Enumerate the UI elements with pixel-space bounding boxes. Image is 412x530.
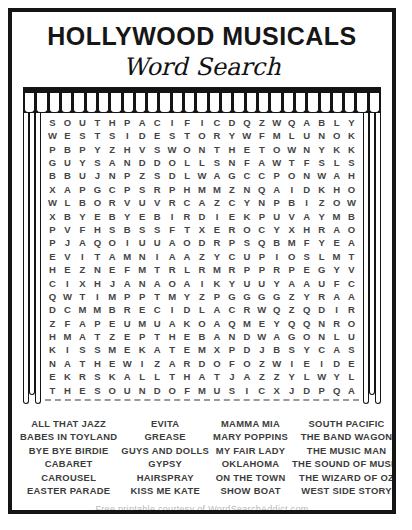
grid-cell: T xyxy=(259,145,265,155)
grid-cell: L xyxy=(304,372,310,382)
grid-cell: Y xyxy=(333,372,339,382)
grid-cell: D xyxy=(139,158,146,168)
grid-cell: Y xyxy=(184,292,190,302)
grid-cell: F xyxy=(304,238,310,248)
grid-cell: N xyxy=(124,158,131,168)
grid-cell: V xyxy=(289,212,295,222)
grid-cell: O xyxy=(198,319,205,329)
grid-cell: B xyxy=(154,212,161,222)
grid-cell: Q xyxy=(288,319,295,329)
grid-cell: D xyxy=(333,359,340,369)
grid-cell: E xyxy=(184,332,190,342)
grid-cell: D xyxy=(49,305,56,315)
grid-cell: C xyxy=(184,198,191,208)
grid-cell: H xyxy=(64,386,71,396)
grid-cell: S xyxy=(94,158,100,168)
grid-cell: P xyxy=(244,265,250,275)
grid-cell: T xyxy=(184,131,190,141)
grid-cell: H xyxy=(49,332,56,342)
grid-cell: R xyxy=(79,372,86,382)
grid-cell: U xyxy=(154,319,161,329)
grid-cell: B xyxy=(79,198,86,208)
grid-cell: R xyxy=(348,305,355,315)
grid-cell: A xyxy=(109,252,116,262)
grid-cell: H xyxy=(348,171,355,181)
grid-cell: K xyxy=(318,185,325,195)
word-list-item: KISS ME KATE xyxy=(121,484,209,497)
word-list-item: THE WIZARD OF OZ xyxy=(292,471,396,484)
grid-cell: C xyxy=(258,225,265,235)
grid-cell: P xyxy=(124,185,130,195)
grid-cell: P xyxy=(274,171,280,181)
grid-cell: X xyxy=(214,345,220,355)
word-list-item: BABES IN TOYLAND xyxy=(20,430,117,443)
grid-cell: B xyxy=(199,332,206,342)
grid-cell: O xyxy=(109,238,116,248)
grid-cell: Z xyxy=(274,372,280,382)
grid-cell: Z xyxy=(154,359,160,369)
grid-cell: A xyxy=(348,238,355,248)
grid-cell: A xyxy=(199,372,206,382)
grid-cell: U xyxy=(139,238,146,248)
grid-cell: A xyxy=(169,319,176,329)
grid-cell: C xyxy=(49,279,56,289)
grid-cell: I xyxy=(275,252,278,262)
grid-cell: E xyxy=(49,372,55,382)
grid-cell: C xyxy=(154,305,161,315)
grid-cell: O xyxy=(168,386,175,396)
grid-cell: K xyxy=(214,279,221,289)
grid-cell: Z xyxy=(289,305,295,315)
grid-cell: W xyxy=(63,292,72,302)
grid-cell: R xyxy=(124,305,131,315)
grid-cell: I xyxy=(246,386,249,396)
grid-cell: A xyxy=(333,345,340,355)
grid-cell: S xyxy=(94,386,100,396)
word-list-item: ON THE TOWN xyxy=(213,471,288,484)
grid-cell: D xyxy=(243,332,250,342)
grid-cell: A xyxy=(333,225,340,235)
grid-cell: U xyxy=(64,158,71,168)
grid-cell: E xyxy=(109,265,115,275)
word-list: ALL THAT JAZZBABES IN TOYLANDBYE BYE BIR… xyxy=(20,417,384,497)
grid-cell: A xyxy=(169,252,176,262)
grid-cell: C xyxy=(154,118,161,128)
grid-cell: S xyxy=(79,345,85,355)
word-list-item: SOUTH PACIFIC xyxy=(292,417,396,430)
grid-cell: K xyxy=(109,372,116,382)
grid-cell: I xyxy=(171,212,174,222)
grid-cell: E xyxy=(259,319,265,329)
page-subtitle: Word Search xyxy=(12,52,392,82)
grid-cell: Q xyxy=(258,238,265,248)
grid-cell: P xyxy=(139,332,145,342)
grid-cell: A xyxy=(109,158,116,168)
grid-cell: J xyxy=(110,279,115,289)
curtain-valance-pleats xyxy=(24,93,380,113)
grid-cell: U xyxy=(214,386,221,396)
grid-cell: O xyxy=(288,171,295,181)
stage-body: SOUTHPACIFICDQZWQABLYWESTSIDESTORYWFMLUN… xyxy=(23,113,381,404)
grid-cell: W xyxy=(123,359,132,369)
grid-cell: K xyxy=(184,319,191,329)
grid-cell: T xyxy=(169,345,175,355)
grid-cell: I xyxy=(171,305,174,315)
grid-cell: A xyxy=(348,292,355,302)
grid-cell: R xyxy=(199,265,206,275)
grid-cell: A xyxy=(184,252,191,262)
grid-cell: O xyxy=(243,225,250,235)
grid-cell: A xyxy=(333,292,340,302)
grid-cell: L xyxy=(184,158,190,168)
grid-cell: S xyxy=(94,372,100,382)
word-list-item: HAIRSPRAY xyxy=(121,471,209,484)
grid-cell: M xyxy=(168,292,176,302)
grid-cell: G xyxy=(49,158,56,168)
grid-cell: M xyxy=(138,265,146,275)
grid-cell: I xyxy=(335,305,338,315)
grid-cell: P xyxy=(94,319,100,329)
grid-cell: J xyxy=(65,238,70,248)
grid-cell: O xyxy=(303,332,310,342)
grid-cell: D xyxy=(199,212,206,222)
grid-cell: T xyxy=(184,225,190,235)
grid-cell: Q xyxy=(94,238,101,248)
grid-cell: A xyxy=(64,185,71,195)
grid-cell: P xyxy=(289,265,295,275)
grid-cell: N xyxy=(303,171,310,181)
grid-cell: F xyxy=(184,118,190,128)
grid-cell: O xyxy=(183,238,190,248)
grid-cell: Z xyxy=(289,292,295,302)
grid-cell: H xyxy=(228,145,235,155)
grid-cell: A xyxy=(303,212,310,222)
word-list-item: EVITA xyxy=(121,417,209,430)
valance-pleat xyxy=(98,93,109,113)
grid-cell: N xyxy=(318,332,325,342)
grid-cell: A xyxy=(303,279,310,289)
grid-cell: Y xyxy=(303,292,309,302)
grid-cell: Y xyxy=(214,252,220,262)
grid-cell: W xyxy=(168,145,177,155)
grid-cell: D xyxy=(154,386,161,396)
word-list-item: CAROUSEL xyxy=(20,471,117,484)
grid-cell: T xyxy=(94,118,100,128)
grid-cell: Y xyxy=(348,118,354,128)
grid-cell: B xyxy=(109,305,116,315)
valance-pleat xyxy=(36,93,47,113)
grid-cell: Y xyxy=(274,319,280,329)
grid-cell: A xyxy=(214,319,221,329)
grid-cell: R xyxy=(333,319,340,329)
grid-cell: X xyxy=(274,386,280,396)
grid-cell: K xyxy=(49,345,56,355)
grid-cell: D xyxy=(303,185,310,195)
grid-cell: A xyxy=(214,171,221,181)
grid-cell: V xyxy=(154,198,160,208)
grid-cell: Y xyxy=(79,158,85,168)
grid-cell: S xyxy=(348,345,354,355)
valance-pleat xyxy=(295,93,306,113)
grid-cell: A xyxy=(124,372,131,382)
grid-cell: D xyxy=(169,171,176,181)
grid-cell: A xyxy=(79,319,86,329)
grid-cell: I xyxy=(156,252,159,262)
grid-cell: A xyxy=(184,279,191,289)
grid-cell: M xyxy=(198,345,206,355)
grid-cell: F xyxy=(124,265,130,275)
grid-cell: L xyxy=(334,158,340,168)
grid-cell: P xyxy=(229,345,235,355)
word-list-item: ALL THAT JAZZ xyxy=(20,417,117,430)
grid-cell: P xyxy=(49,225,55,235)
grid-cell: R xyxy=(228,225,235,235)
word-search-grid: SOUTHPACIFICDQZWQABLYWESTSIDESTORYWFMLUN… xyxy=(45,116,359,397)
grid-cell: E xyxy=(109,359,115,369)
grid-cell: I xyxy=(216,212,219,222)
grid-cell: A xyxy=(124,279,131,289)
grid-cell: A xyxy=(258,158,265,168)
valance-pleat xyxy=(332,93,343,113)
grid-cell: A xyxy=(154,345,161,355)
grid-cell: L xyxy=(139,372,145,382)
grid-area: SOUTHPACIFICDQZWQABLYWESTSIDESTORYWFMLUN… xyxy=(41,113,363,404)
grid-cell: M xyxy=(108,292,116,302)
grid-cell: S xyxy=(318,158,324,168)
grid-cell: W xyxy=(242,131,251,141)
grid-cell: D xyxy=(184,305,191,315)
word-list-column: EVITAGREASEGUYS AND DOLLSGYPSYHAIRSPRAYK… xyxy=(121,417,209,497)
grid-cell: E xyxy=(94,212,100,222)
grid-cell: C xyxy=(318,345,325,355)
grid-cell: I xyxy=(201,279,204,289)
grid-cell: U xyxy=(273,212,280,222)
grid-cell: S xyxy=(303,252,309,262)
valance-pleat xyxy=(110,93,121,113)
grid-cell: U xyxy=(124,386,131,396)
grid-cell: N xyxy=(109,171,116,181)
curtain-right xyxy=(363,113,381,404)
grid-cell: M xyxy=(243,319,251,329)
grid-cell: P xyxy=(318,386,324,396)
grid-cell: C xyxy=(64,305,71,315)
grid-cell: E xyxy=(154,131,160,141)
grid-cell: O xyxy=(348,319,355,329)
grid-cell: Q xyxy=(288,118,295,128)
grid-cell: A xyxy=(348,386,355,396)
valance-pleat xyxy=(221,93,232,113)
grid-cell: M xyxy=(108,345,116,355)
grid-cell: L xyxy=(154,372,160,382)
word-list-item: THE SOUND OF MUSIC xyxy=(292,457,396,470)
grid-cell: R xyxy=(273,265,280,275)
grid-cell: F xyxy=(65,319,71,329)
grid-cell: Y xyxy=(289,372,295,382)
grid-cell: Z xyxy=(199,292,205,302)
grid-cell: T xyxy=(214,372,220,382)
grid-cell: B xyxy=(124,225,131,235)
grid-cell: H xyxy=(49,265,56,275)
grid-cell: U xyxy=(243,252,250,262)
word-list-column: SOUTH PACIFICTHE BAND WAGONTHE MUSIC MAN… xyxy=(292,417,396,497)
grid-cell: K xyxy=(139,345,146,355)
grid-cell: M xyxy=(213,185,221,195)
word-list-item: WEST SIDE STORY xyxy=(292,484,396,497)
grid-cell: V xyxy=(348,265,354,275)
grid-cell: D xyxy=(318,305,325,315)
grid-cell: V xyxy=(124,198,130,208)
grid-cell: O xyxy=(94,198,101,208)
grid-cell: Y xyxy=(318,212,324,222)
grid-cell: B xyxy=(288,198,295,208)
grid-cell: R xyxy=(154,185,161,195)
grid-cell: Y xyxy=(333,265,339,275)
word-list-item: CABARET xyxy=(20,457,117,470)
grid-cell: C xyxy=(109,185,116,195)
grid-cell: K xyxy=(348,131,355,141)
grid-cell: T xyxy=(349,252,355,262)
grid-cell: H xyxy=(169,332,176,342)
grid-cell: P xyxy=(274,198,280,208)
grid-cell: P xyxy=(214,292,220,302)
grid-cell: S xyxy=(169,131,175,141)
grid-cell: T xyxy=(154,332,160,342)
grid-cell: S xyxy=(229,386,235,396)
grid-cell: N xyxy=(228,332,235,342)
grid-cell: T xyxy=(214,145,220,155)
grid-cell: B xyxy=(64,171,71,181)
grid-cell: H xyxy=(94,225,101,235)
grid-cell: W xyxy=(48,131,57,141)
grid-cell: A xyxy=(303,118,310,128)
grid-cell: L xyxy=(199,158,205,168)
grid-cell: C xyxy=(258,386,265,396)
grid-cell: O xyxy=(183,145,190,155)
grid-cell: Y xyxy=(318,238,324,248)
valance-pleat xyxy=(270,93,281,113)
grid-cell: Z xyxy=(109,332,115,342)
grid-cell: D xyxy=(199,238,206,248)
grid-cell: Z xyxy=(214,198,220,208)
grid-cell: P xyxy=(259,265,265,275)
grid-cell: K xyxy=(348,145,355,155)
word-list-item: GUYS AND DOLLS xyxy=(121,444,209,457)
word-list-item: THE MUSIC MAN xyxy=(292,444,396,457)
grid-cell: S xyxy=(154,145,160,155)
grid-cell: Z xyxy=(79,265,85,275)
grid-cell: I xyxy=(290,359,293,369)
grid-cell: H xyxy=(333,185,340,195)
grid-cell: Z xyxy=(109,145,115,155)
grid-cell: D xyxy=(243,345,250,355)
grid-cell: X xyxy=(49,212,55,222)
grid-cell: T xyxy=(94,332,100,342)
grid-cell: P xyxy=(259,212,265,222)
grid-cell: C xyxy=(348,279,355,289)
valance-pleat xyxy=(209,93,220,113)
valance-pleat xyxy=(233,93,244,113)
grid-cell: N xyxy=(139,279,146,289)
grid-cell: F xyxy=(244,158,250,168)
grid-cell: F xyxy=(79,225,85,235)
grid-cell: H xyxy=(94,279,101,289)
grid-cell: I xyxy=(96,292,99,302)
grid-cell: A xyxy=(214,332,221,342)
grid-cell: E xyxy=(79,386,85,396)
grid-cell: F xyxy=(229,359,235,369)
grid-cell: W xyxy=(287,145,296,155)
grid-cell: S xyxy=(244,238,250,248)
grid-cell: P xyxy=(124,292,130,302)
grid-cell: I xyxy=(81,252,84,262)
grid-cell: E xyxy=(124,345,130,355)
grid-cell: E xyxy=(139,212,145,222)
grid-cell: E xyxy=(64,131,70,141)
grid-cell: D xyxy=(199,359,206,369)
grid-cell: N xyxy=(228,158,235,168)
grid-cell: T xyxy=(94,252,100,262)
grid-cell: R xyxy=(184,359,191,369)
grid-cell: B xyxy=(273,238,280,248)
grid-cell: E xyxy=(184,345,190,355)
grid-cell: H xyxy=(109,118,116,128)
grid-cell: W xyxy=(272,359,281,369)
grid-cell: W xyxy=(198,171,207,181)
grid-cell: M xyxy=(138,319,146,329)
grid-cell: T xyxy=(79,292,85,302)
word-list-item: OKLAHOMA xyxy=(213,457,288,470)
grid-cell: Q xyxy=(228,319,235,329)
grid-cell: Z xyxy=(259,372,265,382)
valance-pleat xyxy=(196,93,207,113)
grid-cell: E xyxy=(124,332,130,342)
curtain-fold xyxy=(375,113,381,404)
grid-cell: Y xyxy=(229,279,235,289)
grid-cell: N xyxy=(243,185,250,195)
grid-cell: Q xyxy=(258,185,265,195)
word-list-item: MY FAIR LADY xyxy=(213,444,288,457)
grid-cell: S xyxy=(289,345,295,355)
valance-pleat xyxy=(246,93,257,113)
grid-cell: C xyxy=(258,171,265,181)
valance-pleat xyxy=(283,93,294,113)
grid-cell: T xyxy=(50,386,56,396)
grid-cell: U xyxy=(258,279,265,289)
grid-cell: P xyxy=(124,171,130,181)
grid-cell: E xyxy=(214,225,220,235)
grid-cell: W xyxy=(257,332,266,342)
word-list-item: MAMMA MIA xyxy=(213,417,288,430)
grid-cell: M xyxy=(198,185,206,195)
grid-cell: U xyxy=(154,238,161,248)
grid-cell: M xyxy=(273,131,281,141)
grid-cell: N xyxy=(139,252,146,262)
grid-cell: S xyxy=(109,131,115,141)
grid-cell: E xyxy=(244,145,250,155)
grid-cell: B xyxy=(64,145,71,155)
grid-cell: X xyxy=(79,279,85,289)
grid-cell: L xyxy=(334,332,340,342)
grid-cell: A xyxy=(79,238,86,248)
grid-cell: A xyxy=(333,171,340,181)
grid-cell: G xyxy=(288,332,295,342)
grid-cell: P xyxy=(79,145,85,155)
grid-cell: M xyxy=(198,386,206,396)
grid-cell: F xyxy=(169,225,175,235)
dashed-cut-line xyxy=(45,399,359,401)
grid-cell: Q xyxy=(49,292,56,302)
grid-cell: W xyxy=(48,198,57,208)
